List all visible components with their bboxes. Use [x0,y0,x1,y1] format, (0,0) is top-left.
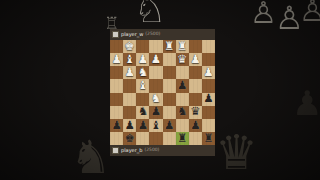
board-square[interactable]: ♟ [202,66,215,79]
board-square[interactable] [149,132,162,145]
top-player-rating: (2500) [145,32,160,37]
white-bishop-piece[interactable]: ♝ [136,79,149,92]
board-square[interactable] [123,93,136,106]
board-square[interactable]: ♟ [123,66,136,79]
board-square[interactable]: ♜ [163,40,176,53]
board-square[interactable]: ♜ [202,132,215,145]
bottom-player-bar: player_b (2500) [110,145,215,156]
board-square[interactable] [110,106,123,119]
board-square[interactable] [110,132,123,145]
black-pawn-piece[interactable]: ♟ [189,119,202,132]
board-square[interactable]: ♜ [176,132,189,145]
white-rook-piece[interactable]: ♜ [163,40,176,53]
black-pawn-piece[interactable]: ♟ [202,93,215,106]
video-frame: ♘♖♙♙♙♟♞♛ player_w (2500) ♚♜♜♟♝♟♟♛♟♟♞♟♝♟♞… [0,0,320,180]
board-square[interactable] [163,106,176,119]
black-pawn-piece[interactable]: ♟ [136,119,149,132]
bottom-player-rating: (2500) [144,148,159,153]
white-pawn-piece[interactable]: ♟ [189,53,202,66]
black-bishop-piece[interactable]: ♝ [149,119,162,132]
black-pawn-silhouette: ♟ [292,86,320,120]
black-pawn-piece[interactable]: ♟ [149,106,162,119]
black-knight-piece[interactable]: ♞ [136,106,149,119]
board-square[interactable]: ♛ [189,106,202,119]
board-square[interactable]: ♞ [136,106,149,119]
board-square[interactable] [123,106,136,119]
board-square[interactable]: ♛ [176,53,189,66]
white-pawn-silhouette-1: ♙ [250,0,277,28]
black-knight-silhouette: ♞ [70,134,111,180]
board-square[interactable] [202,40,215,53]
black-pawn-piece[interactable]: ♟ [123,119,136,132]
board-square[interactable] [189,79,202,92]
board-square[interactable] [163,53,176,66]
board-square[interactable] [163,66,176,79]
board-square[interactable]: ♟ [176,79,189,92]
board-square[interactable] [176,119,189,132]
bottom-player-avatar [112,147,119,154]
white-queen-piece[interactable]: ♛ [176,53,189,66]
board-square[interactable]: ♟ [110,53,123,66]
black-pawn-piece[interactable]: ♟ [110,119,123,132]
white-pawn-piece[interactable]: ♟ [202,66,215,79]
black-knight-piece[interactable]: ♞ [176,106,189,119]
board-square[interactable] [136,132,149,145]
board-square[interactable] [110,93,123,106]
board-square[interactable]: ♟ [123,119,136,132]
board-square[interactable]: ♚ [123,132,136,145]
bottom-player-name: player_b [121,148,142,153]
board-square[interactable] [110,79,123,92]
board-square[interactable]: ♟ [149,53,162,66]
board-square[interactable] [163,79,176,92]
board-square[interactable] [123,79,136,92]
black-king-piece[interactable]: ♚ [123,132,136,145]
top-player-name: player_w [121,32,143,37]
white-pawn-piece[interactable]: ♟ [123,66,136,79]
white-knight-silhouette: ♘ [134,0,166,28]
black-pawn-piece[interactable]: ♟ [176,79,189,92]
board-square[interactable] [149,66,162,79]
white-pawn-silhouette-3: ♙ [299,0,320,26]
board-square[interactable]: ♞ [176,106,189,119]
white-pawn-piece[interactable]: ♟ [149,53,162,66]
board-square[interactable] [163,93,176,106]
black-queen-piece[interactable]: ♛ [189,106,202,119]
top-player-avatar [112,31,119,38]
board-square[interactable]: ♝ [136,79,149,92]
board-square[interactable] [189,66,202,79]
black-queen-silhouette: ♛ [215,128,258,176]
black-rook-piece[interactable]: ♜ [176,132,189,145]
board-square[interactable]: ♟ [189,53,202,66]
board-square[interactable] [189,132,202,145]
board-square[interactable]: ♟ [136,119,149,132]
black-rook-piece[interactable]: ♜ [202,132,215,145]
black-pawn-piece[interactable]: ♟ [163,119,176,132]
board-square[interactable]: ♟ [110,119,123,132]
board-square[interactable]: ♟ [202,93,215,106]
board-square[interactable] [163,132,176,145]
board-square[interactable]: ♟ [163,119,176,132]
board-square[interactable]: ♟ [149,106,162,119]
board-square[interactable]: ♟ [189,119,202,132]
white-pawn-piece[interactable]: ♟ [110,53,123,66]
board-square[interactable] [110,66,123,79]
board-square[interactable]: ♝ [149,119,162,132]
chess-board[interactable]: ♚♜♜♟♝♟♟♛♟♟♞♟♝♟♞♟♞♟♞♛♟♟♟♝♟♟♚♜♜ [110,40,215,145]
board-square[interactable] [202,119,215,132]
board-square[interactable] [202,106,215,119]
